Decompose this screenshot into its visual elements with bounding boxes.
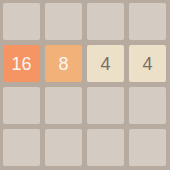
empty-cell xyxy=(45,87,82,124)
empty-cell xyxy=(3,129,40,166)
empty-cell xyxy=(129,87,166,124)
empty-cell xyxy=(45,129,82,166)
tile-8: 8 xyxy=(45,45,82,82)
empty-cell xyxy=(87,87,124,124)
empty-cell xyxy=(129,3,166,40)
empty-cell xyxy=(3,3,40,40)
empty-cell xyxy=(129,129,166,166)
empty-cell xyxy=(87,129,124,166)
empty-cell xyxy=(87,3,124,40)
empty-cell xyxy=(3,87,40,124)
tile-16: 16 xyxy=(3,45,40,82)
board-grid[interactable]: 16844 xyxy=(0,0,170,170)
tile-4: 4 xyxy=(87,45,124,82)
tile-4: 4 xyxy=(129,45,166,82)
empty-cell xyxy=(45,3,82,40)
